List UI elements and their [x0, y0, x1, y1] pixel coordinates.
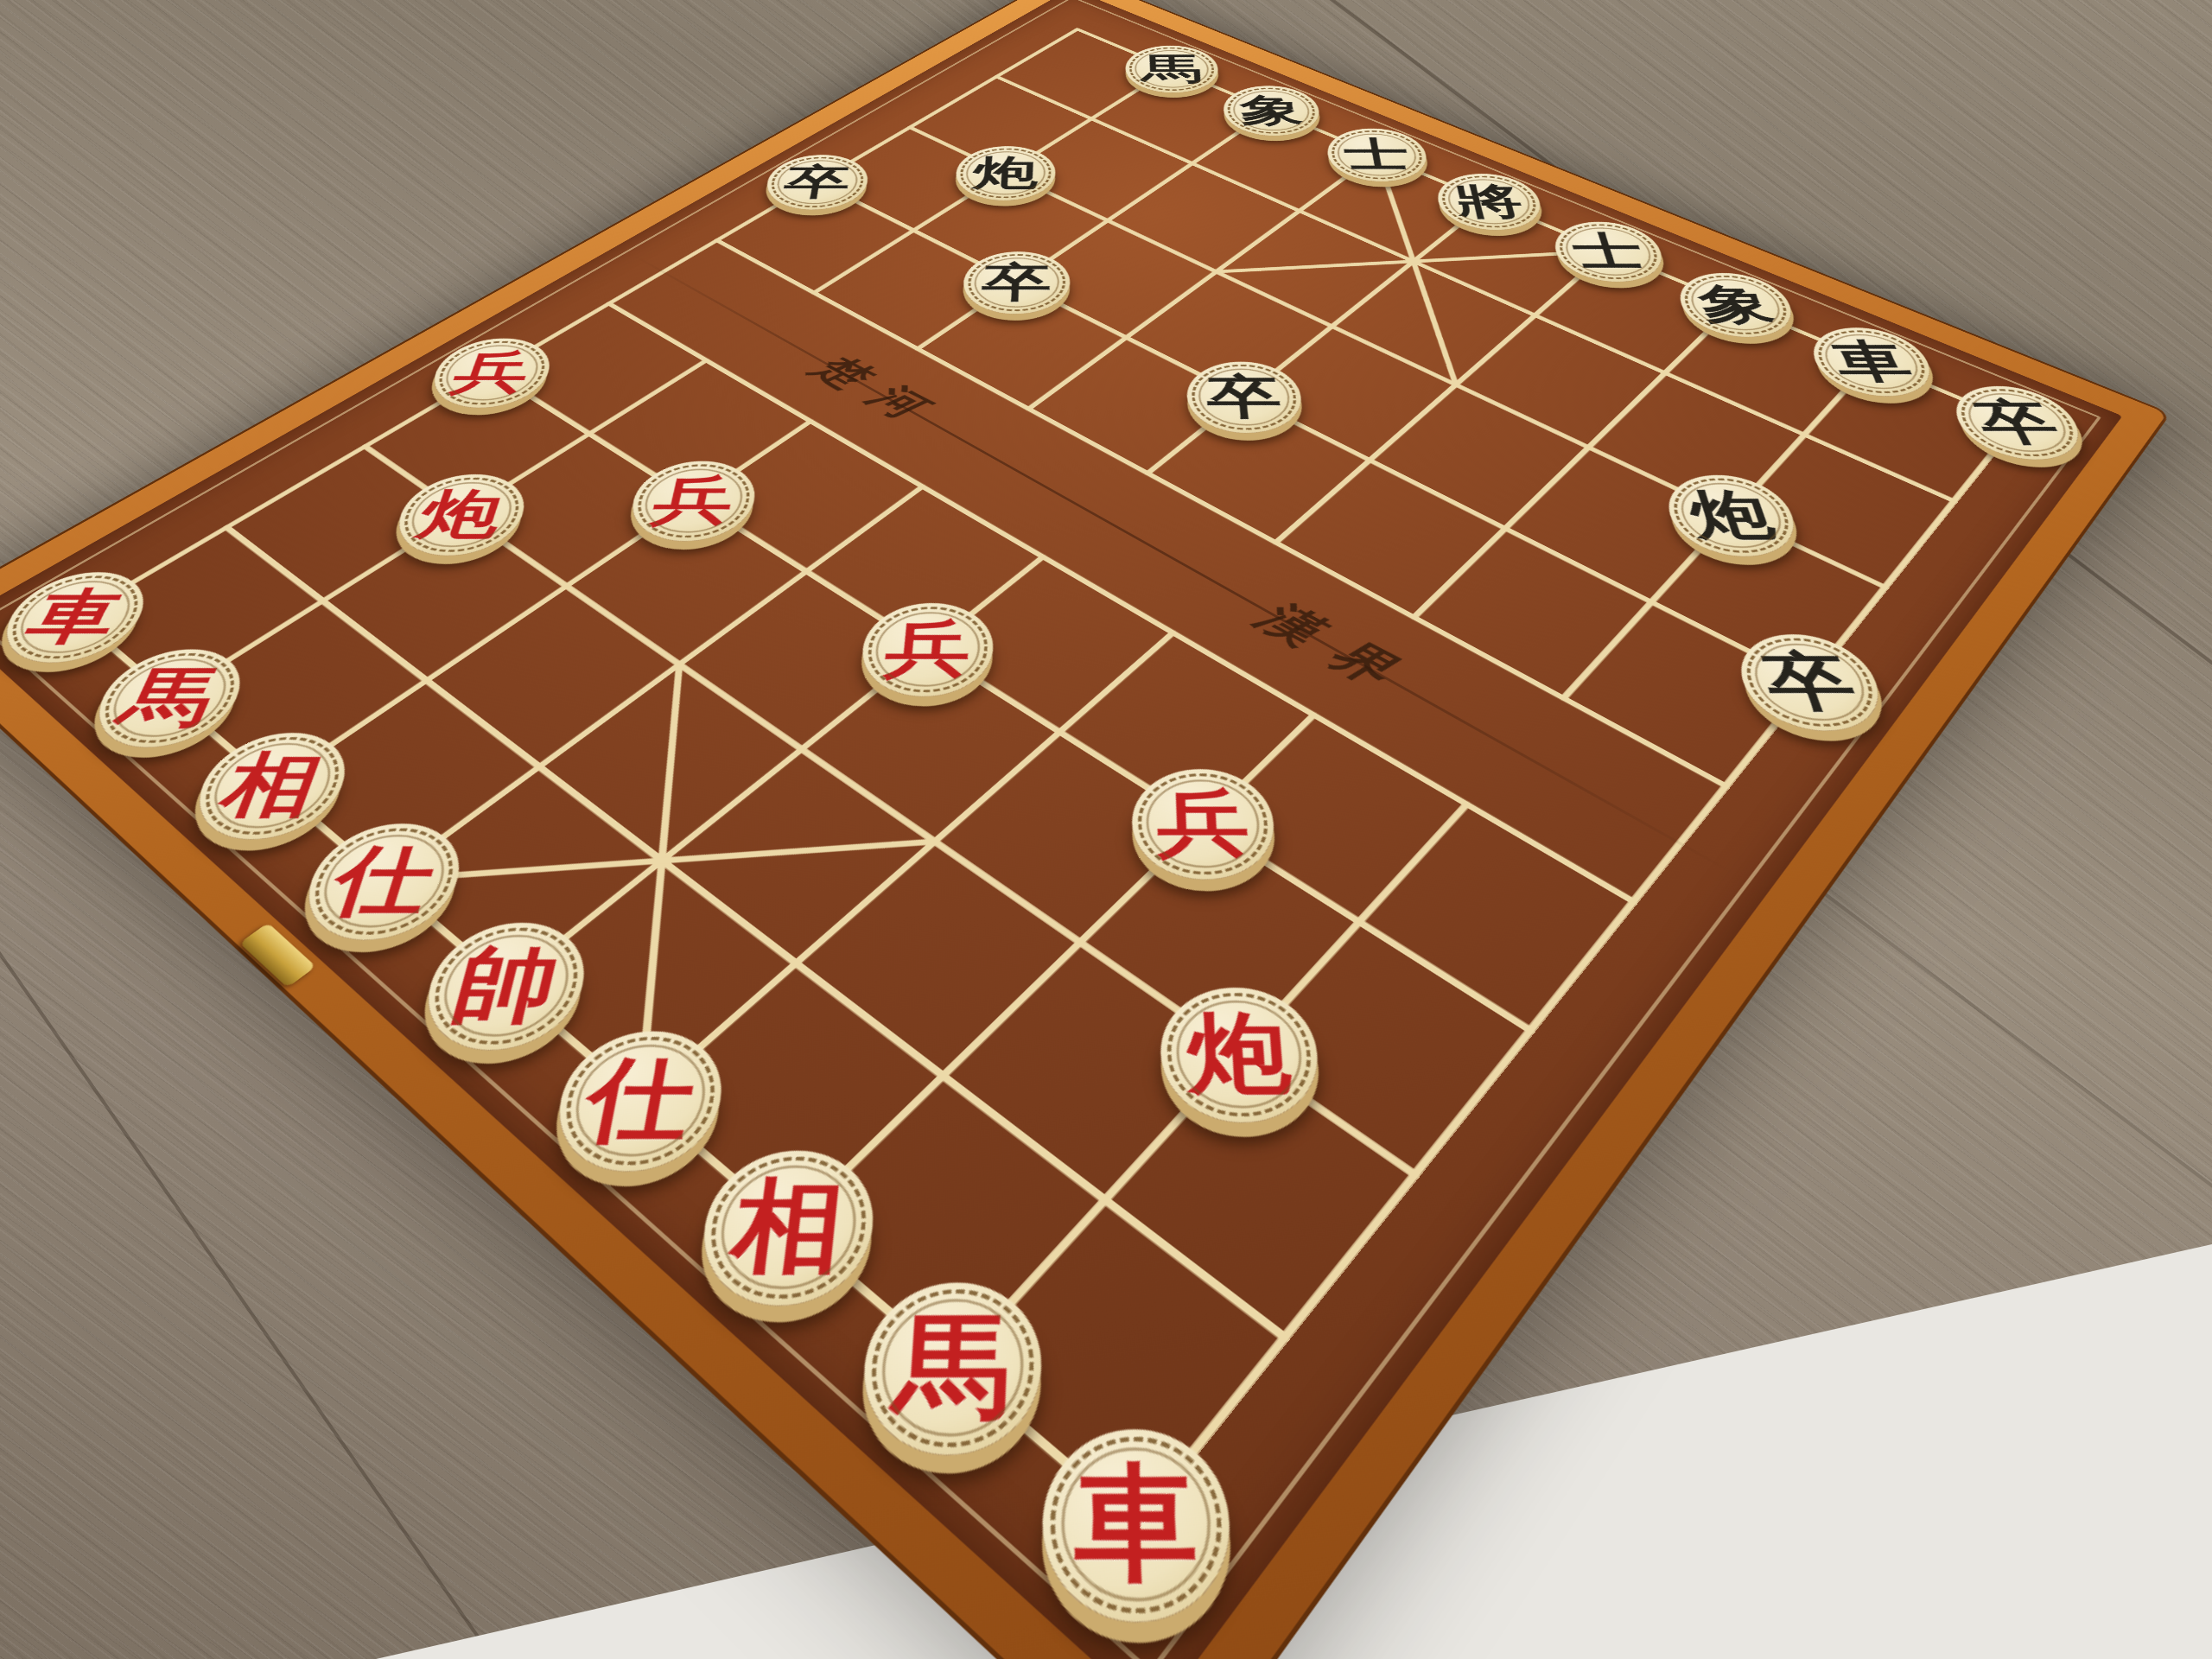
- piece-character: 兵: [1156, 787, 1252, 860]
- piece-character: 仕: [323, 842, 442, 918]
- piece-character: 士: [1568, 232, 1649, 270]
- piece-character: 炮: [412, 487, 510, 541]
- piece-character: 兵: [648, 474, 739, 527]
- piece-character: 將: [1452, 183, 1527, 220]
- piece-character: 士: [1342, 137, 1413, 172]
- piece-character: 馬: [891, 1311, 1013, 1424]
- piece-character: 兵: [882, 619, 973, 680]
- piece-character: 車: [1826, 339, 1919, 384]
- piece-character: 兵: [447, 350, 536, 396]
- piece-character: 車: [1075, 1461, 1200, 1587]
- piece-character: 仕: [579, 1054, 701, 1146]
- piece-character: 卒: [1756, 651, 1865, 714]
- piece-character: 卒: [1205, 373, 1284, 420]
- piece-character: 象: [1693, 283, 1779, 326]
- piece-character: 帥: [445, 944, 566, 1027]
- piece-character: 馬: [111, 665, 227, 729]
- piece-character: 卒: [780, 164, 852, 200]
- piece-character: 卒: [1967, 398, 2068, 447]
- piece-character: 相: [213, 750, 331, 820]
- piece-character: 炮: [972, 155, 1039, 190]
- piece-character: 馬: [1141, 54, 1203, 85]
- piece-character: 車: [17, 587, 132, 646]
- piece-character: 炮: [1683, 488, 1781, 542]
- photo-scene: 楚河 漢界 馬象士將士象車卒炮炮卒卒卒卒兵兵兵兵炮炮車馬相仕帥仕相馬車: [0, 0, 2212, 1659]
- piece-character: 卒: [980, 262, 1052, 302]
- piece-character: 象: [1238, 94, 1305, 127]
- piece-character: 炮: [1186, 1009, 1294, 1097]
- piece-character: 相: [727, 1176, 849, 1278]
